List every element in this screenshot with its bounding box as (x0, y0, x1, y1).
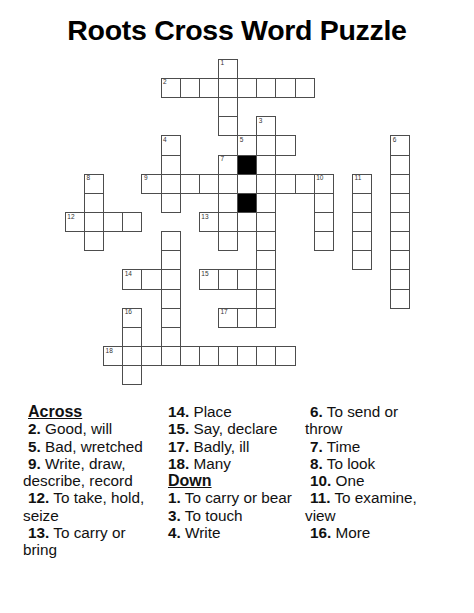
clue-number-label: 4. (168, 524, 181, 541)
clues-header-down: Down (163, 472, 303, 489)
clue-number-label: 11. (310, 489, 330, 506)
clues-header-across: Across (23, 403, 163, 420)
clue-column-2: 14. Place15. Say, declare17. Badly, ill1… (163, 403, 303, 541)
clue-item-6: 6. To send or throw (305, 403, 460, 438)
clue-number-label: 1. (168, 489, 181, 506)
clue-number-label: 14. (168, 403, 189, 420)
clue-item-17: 17. Badly, ill (163, 438, 303, 455)
clue-number-label: 15. (168, 420, 189, 437)
clue-item-12: 12. To take, hold, seize (23, 489, 163, 524)
clue-item-4: 4. Write (163, 524, 303, 541)
clue-number-label: 7. (310, 438, 323, 455)
clue-number-label: 13. (28, 524, 49, 541)
clue-item-5: 5. Bad, wretched (23, 438, 163, 455)
clue-number-label: 17. (168, 438, 189, 455)
clue-item-14: 14. Place (163, 403, 303, 420)
clue-item-1: 1. To carry or bear (163, 489, 303, 506)
clue-number-label: 8. (310, 455, 323, 472)
clue-number-label: 18. (168, 455, 189, 472)
clues-section: Across2. Good, will5. Bad, wretched9. Wr… (0, 0, 474, 613)
clue-number-label: 10. (310, 472, 331, 489)
clue-number-label: 2. (28, 420, 41, 437)
clue-item-11: 11. To examine, view (305, 489, 460, 524)
clue-item-18: 18. Many (163, 455, 303, 472)
clue-number-label: 3. (168, 507, 181, 524)
clue-item-9: 9. Write, draw, describe, record (23, 455, 163, 490)
clue-item-2: 2. Good, will (23, 420, 163, 437)
clue-item-13: 13. To carry or bring (23, 524, 163, 559)
clue-item-16: 16. More (305, 524, 460, 541)
clue-item-8: 8. To look (305, 455, 460, 472)
clue-item-7: 7. Time (305, 438, 460, 455)
clue-item-10: 10. One (305, 472, 460, 489)
clue-number-label: 5. (28, 438, 41, 455)
clue-number-label: 16. (310, 524, 331, 541)
clue-item-15: 15. Say, declare (163, 420, 303, 437)
clue-number-label: 9. (28, 455, 41, 472)
clue-number-label: 6. (310, 403, 323, 420)
clue-item-3: 3. To touch (163, 507, 303, 524)
clue-column-1: Across2. Good, will5. Bad, wretched9. Wr… (23, 403, 163, 559)
clue-number-label: 12. (28, 489, 49, 506)
clue-column-3: 6. To send or throw7. Time8. To look10. … (305, 403, 460, 541)
